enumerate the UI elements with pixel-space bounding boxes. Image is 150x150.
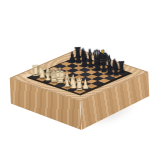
pieces-layer: ♜♞♝♛♚♝♞♜♟♟♟♟♟♟♟♟♟♟♟♟♟♟♟♟♜♞♝♛♚♝♞♜	[0, 0, 150, 150]
black-pawn-icon: ♟	[106, 64, 125, 78]
chess-set: ♜♞♝♛♚♝♞♜♟♟♟♟♟♟♟♟♟♟♟♟♟♟♟♟♜♞♝♛♚♝♞♜	[0, 0, 150, 150]
product-photo: ♜♞♝♛♚♝♞♜♟♟♟♟♟♟♟♟♟♟♟♟♟♟♟♟♜♞♝♛♚♝♞♜	[0, 0, 150, 150]
white-rook-icon: ♜	[70, 78, 89, 94]
